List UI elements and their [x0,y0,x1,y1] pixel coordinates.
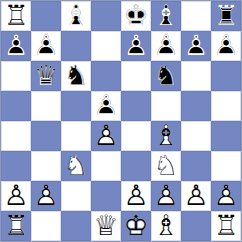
rook-glyph-outline: ♖ [211,211,241,241]
piece-white-rook[interactable]: ♜♖ [1,1,31,31]
square-c3[interactable]: ♞♘ [61,151,91,181]
square-e3[interactable] [121,151,151,181]
square-f8[interactable]: ♝♗ [151,1,181,31]
piece-white-pawn[interactable]: ♟♙ [211,181,241,211]
chess-board: ♜♖♝♗♚♔♝♗♜♖♟♙♟♙♟♙♟♙♟♙♟♙♛♕♞♘♞♘♟♙♟♙♝♗♞♘♞♘♟♙… [0,0,242,242]
square-f7[interactable]: ♟♙ [151,31,181,61]
square-c8[interactable]: ♝♗ [61,1,91,31]
piece-black-pawn[interactable]: ♟♙ [121,31,151,61]
square-d6[interactable] [91,61,121,91]
knight-glyph-outline: ♘ [151,61,181,91]
piece-white-rook[interactable]: ♜♖ [211,211,241,241]
square-c6[interactable]: ♞♘ [61,61,91,91]
square-b4[interactable] [31,121,61,151]
square-d8[interactable] [91,1,121,31]
piece-white-pawn[interactable]: ♟♙ [1,181,31,211]
square-g2[interactable]: ♟♙ [181,181,211,211]
square-h5[interactable] [211,91,241,121]
square-e5[interactable] [121,91,151,121]
square-d2[interactable] [91,181,121,211]
square-h8[interactable]: ♜♖ [211,1,241,31]
square-b6[interactable]: ♛♕ [31,61,61,91]
square-b5[interactable] [31,91,61,121]
square-c2[interactable] [61,181,91,211]
square-g6[interactable] [181,61,211,91]
square-a7[interactable]: ♟♙ [1,31,31,61]
square-h4[interactable] [211,121,241,151]
piece-black-pawn[interactable]: ♟♙ [181,31,211,61]
square-g8[interactable] [181,1,211,31]
knight-glyph-outline: ♘ [61,61,91,91]
square-f4[interactable]: ♝♗ [151,121,181,151]
pawn-glyph-outline: ♙ [121,31,151,61]
pawn-glyph-outline: ♙ [31,181,61,211]
queen-glyph-outline: ♕ [91,211,121,241]
square-h3[interactable] [211,151,241,181]
pawn-glyph-outline: ♙ [1,31,31,61]
square-b8[interactable] [31,1,61,31]
square-h1[interactable]: ♜♖ [211,211,241,241]
rook-glyph-outline: ♖ [211,1,241,31]
pawn-glyph-outline: ♙ [121,181,151,211]
square-f5[interactable] [151,91,181,121]
square-e7[interactable]: ♟♙ [121,31,151,61]
pawn-glyph-outline: ♙ [91,91,121,121]
square-d5[interactable]: ♟♙ [91,91,121,121]
rook-glyph-outline: ♖ [1,1,31,31]
knight-glyph-outline: ♘ [151,151,181,181]
king-glyph-outline: ♔ [121,211,151,241]
square-e8[interactable]: ♚♔ [121,1,151,31]
piece-black-queen[interactable]: ♛♕ [31,61,61,91]
square-g1[interactable] [181,211,211,241]
piece-black-king[interactable]: ♚♔ [121,1,151,31]
pawn-glyph-outline: ♙ [181,31,211,61]
pawn-glyph-outline: ♙ [31,31,61,61]
piece-black-pawn[interactable]: ♟♙ [91,91,121,121]
square-f2[interactable]: ♟♙ [151,181,181,211]
square-f3[interactable]: ♞♘ [151,151,181,181]
piece-white-king[interactable]: ♚♔ [121,211,151,241]
square-h2[interactable]: ♟♙ [211,181,241,211]
bishop-glyph-outline: ♗ [61,1,91,31]
king-glyph-outline: ♔ [121,1,151,31]
square-e4[interactable] [121,121,151,151]
square-e6[interactable] [121,61,151,91]
pawn-glyph-outline: ♙ [1,181,31,211]
piece-black-pawn[interactable]: ♟♙ [31,31,61,61]
piece-black-pawn[interactable]: ♟♙ [151,31,181,61]
square-a2[interactable]: ♟♙ [1,181,31,211]
bishop-glyph-outline: ♗ [151,1,181,31]
square-b7[interactable]: ♟♙ [31,31,61,61]
piece-black-pawn[interactable]: ♟♙ [211,31,241,61]
square-h6[interactable] [211,61,241,91]
square-a3[interactable] [1,151,31,181]
square-g7[interactable]: ♟♙ [181,31,211,61]
piece-white-rook[interactable]: ♜♖ [1,211,31,241]
square-a1[interactable]: ♜♖ [1,211,31,241]
square-b1[interactable] [31,211,61,241]
square-f1[interactable]: ♝♗ [151,211,181,241]
square-g3[interactable] [181,151,211,181]
square-f6[interactable]: ♞♘ [151,61,181,91]
pawn-glyph-outline: ♙ [151,31,181,61]
bishop-glyph-outline: ♗ [151,211,181,241]
knight-glyph-outline: ♘ [61,151,91,181]
piece-black-bishop[interactable]: ♝♗ [151,1,181,31]
piece-black-bishop[interactable]: ♝♗ [61,1,91,31]
piece-black-pawn[interactable]: ♟♙ [1,31,31,61]
piece-white-bishop[interactable]: ♝♗ [151,211,181,241]
square-b3[interactable] [31,151,61,181]
piece-white-pawn[interactable]: ♟♙ [31,181,61,211]
piece-white-pawn[interactable]: ♟♙ [151,181,181,211]
piece-white-queen[interactable]: ♛♕ [91,211,121,241]
square-c4[interactable] [61,121,91,151]
piece-white-knight[interactable]: ♞♘ [151,151,181,181]
piece-white-knight[interactable]: ♞♘ [61,151,91,181]
queen-glyph-outline: ♕ [31,61,61,91]
pawn-glyph-outline: ♙ [91,121,121,151]
piece-white-pawn[interactable]: ♟♙ [121,181,151,211]
rook-glyph-outline: ♖ [1,211,31,241]
square-a6[interactable] [1,61,31,91]
piece-black-knight[interactable]: ♞♘ [151,61,181,91]
piece-black-rook[interactable]: ♜♖ [211,1,241,31]
piece-white-pawn[interactable]: ♟♙ [91,121,121,151]
square-g4[interactable] [181,121,211,151]
square-a8[interactable]: ♜♖ [1,1,31,31]
square-e1[interactable]: ♚♔ [121,211,151,241]
pawn-glyph-outline: ♙ [211,31,241,61]
square-a4[interactable] [1,121,31,151]
square-d4[interactable]: ♟♙ [91,121,121,151]
piece-white-pawn[interactable]: ♟♙ [181,181,211,211]
square-g5[interactable] [181,91,211,121]
square-c1[interactable] [61,211,91,241]
bishop-glyph-outline: ♗ [151,121,181,151]
pawn-glyph-outline: ♙ [181,181,211,211]
square-a5[interactable] [1,91,31,121]
square-c7[interactable] [61,31,91,61]
square-e2[interactable]: ♟♙ [121,181,151,211]
pawn-glyph-outline: ♙ [151,181,181,211]
piece-white-bishop[interactable]: ♝♗ [151,121,181,151]
square-d1[interactable]: ♛♕ [91,211,121,241]
square-h7[interactable]: ♟♙ [211,31,241,61]
pawn-glyph-outline: ♙ [211,181,241,211]
square-b2[interactable]: ♟♙ [31,181,61,211]
piece-black-knight[interactable]: ♞♘ [61,61,91,91]
square-c5[interactable] [61,91,91,121]
square-d7[interactable] [91,31,121,61]
square-d3[interactable] [91,151,121,181]
